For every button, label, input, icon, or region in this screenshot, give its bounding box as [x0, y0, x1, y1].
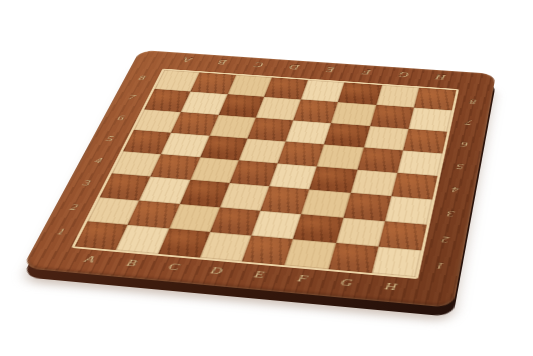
file-label-bottom-c: C — [151, 259, 198, 273]
file-label-top-b: B — [203, 58, 242, 68]
square-h1 — [371, 246, 421, 277]
square-h3 — [385, 196, 433, 224]
rank-label-right-6: 6 — [445, 132, 483, 156]
square-h8 — [414, 88, 457, 111]
square-h4 — [391, 173, 438, 200]
file-label-bottom-d: D — [193, 263, 240, 278]
square-g8 — [376, 85, 419, 108]
rank-label-right-2: 2 — [424, 225, 466, 254]
square-g5 — [357, 147, 403, 173]
file-label-top-d: D — [275, 62, 314, 72]
rank-label-right-7: 7 — [450, 111, 488, 134]
square-f7 — [331, 102, 375, 125]
file-label-top-g: G — [384, 70, 423, 80]
rank-label-right-1: 1 — [418, 250, 461, 280]
file-label-bottom-a: A — [67, 252, 114, 266]
board-face: AABBCCDDEEFFGGHH8877665544332211 — [22, 50, 496, 308]
file-label-top-c: C — [239, 60, 278, 70]
square-h5 — [397, 150, 442, 176]
square-g1 — [328, 243, 378, 273]
file-label-top-h: H — [421, 72, 460, 82]
square-f5 — [317, 144, 363, 169]
file-label-top-a: A — [168, 55, 207, 65]
square-h6 — [403, 129, 447, 154]
square-g3 — [343, 193, 391, 221]
rank-label-right-8: 8 — [454, 90, 491, 113]
square-f2 — [293, 214, 343, 243]
square-f4 — [309, 167, 356, 193]
file-label-bottom-g: G — [323, 275, 370, 290]
square-g7 — [370, 105, 414, 129]
product-photo-scene: AABBCCDDEEFFGGHH8877665544332211 — [0, 0, 533, 356]
square-h2 — [378, 221, 427, 250]
square-g6 — [363, 126, 408, 151]
square-f6 — [324, 123, 369, 147]
file-label-bottom-e: E — [236, 267, 283, 282]
file-label-top-e: E — [311, 65, 350, 75]
rank-label-right-5: 5 — [440, 153, 479, 179]
rank-label-right-4: 4 — [435, 176, 475, 203]
file-label-bottom-b: B — [109, 255, 156, 269]
rank-label-right-3: 3 — [430, 200, 471, 228]
square-f8 — [338, 82, 381, 104]
file-label-bottom-f: F — [279, 271, 326, 286]
square-g4 — [350, 170, 397, 197]
square-f3 — [302, 190, 351, 218]
file-label-top-f: F — [347, 67, 386, 77]
file-label-bottom-h: H — [367, 279, 414, 294]
square-h7 — [408, 108, 452, 132]
square-g2 — [336, 217, 385, 246]
